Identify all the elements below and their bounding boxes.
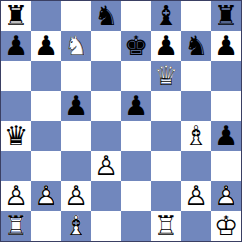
square-d6[interactable]	[91, 61, 121, 91]
square-b6[interactable]	[31, 61, 61, 91]
square-h8[interactable]: ♜	[211, 1, 241, 31]
black-pawn-icon: ♟	[61, 91, 91, 121]
black-rook-icon: ♜	[211, 1, 241, 31]
piece-black-queen: ♛	[1, 121, 31, 151]
square-g6[interactable]	[181, 61, 211, 91]
black-queen-icon: ♛	[1, 121, 31, 151]
square-g4[interactable]: ♝♗	[181, 121, 211, 151]
square-b1[interactable]	[31, 211, 61, 241]
square-g3[interactable]	[181, 151, 211, 181]
square-c2[interactable]: ♟♙	[61, 181, 91, 211]
square-f6[interactable]: ♛♕	[151, 61, 181, 91]
square-f4[interactable]	[151, 121, 181, 151]
square-h3[interactable]	[211, 151, 241, 181]
square-b8[interactable]	[31, 1, 61, 31]
square-c4[interactable]	[61, 121, 91, 151]
square-g2[interactable]: ♟♙	[181, 181, 211, 211]
piece-black-pawn: ♟	[211, 31, 241, 61]
square-g8[interactable]	[181, 1, 211, 31]
piece-black-pawn: ♟	[31, 31, 61, 61]
white-pawn-icon: ♙	[31, 181, 61, 211]
piece-white-pawn: ♟♙	[211, 181, 241, 211]
black-pawn-icon: ♟	[151, 31, 181, 61]
square-g1[interactable]	[181, 211, 211, 241]
chess-board: ♜♞♝♜♟♟♞♘♚♟♞♟♛♕♟♟♛♝♗♟♟♙♟♙♟♙♟♙♟♙♟♙♜♖♝♗♜♖♚♔	[0, 0, 242, 242]
white-bishop-icon: ♗	[61, 211, 91, 241]
black-pawn-icon: ♟	[121, 91, 151, 121]
square-d5[interactable]	[91, 91, 121, 121]
piece-white-bishop: ♝♗	[61, 211, 91, 241]
square-c5[interactable]: ♟	[61, 91, 91, 121]
black-bishop-icon: ♝	[151, 1, 181, 31]
square-a8[interactable]: ♜	[1, 1, 31, 31]
square-f2[interactable]	[151, 181, 181, 211]
square-h7[interactable]: ♟	[211, 31, 241, 61]
square-f7[interactable]: ♟	[151, 31, 181, 61]
square-h1[interactable]: ♚♔	[211, 211, 241, 241]
square-b7[interactable]: ♟	[31, 31, 61, 61]
white-rook-icon: ♖	[1, 211, 31, 241]
square-d3[interactable]: ♟♙	[91, 151, 121, 181]
square-d8[interactable]: ♞	[91, 1, 121, 31]
piece-black-rook: ♜	[211, 1, 241, 31]
black-rook-icon: ♜	[1, 1, 31, 31]
white-pawn-icon: ♙	[91, 151, 121, 181]
piece-white-pawn: ♟♙	[1, 181, 31, 211]
square-b3[interactable]	[31, 151, 61, 181]
piece-white-queen: ♛♕	[151, 61, 181, 91]
piece-white-pawn: ♟♙	[61, 181, 91, 211]
piece-black-pawn: ♟	[1, 31, 31, 61]
square-c3[interactable]	[61, 151, 91, 181]
piece-black-knight: ♞	[91, 1, 121, 31]
white-queen-icon: ♕	[151, 61, 181, 91]
square-e8[interactable]	[121, 1, 151, 31]
square-d2[interactable]	[91, 181, 121, 211]
square-e5[interactable]: ♟	[121, 91, 151, 121]
black-pawn-icon: ♟	[1, 31, 31, 61]
square-g7[interactable]: ♞	[181, 31, 211, 61]
black-knight-icon: ♞	[181, 31, 211, 61]
square-h5[interactable]	[211, 91, 241, 121]
square-d1[interactable]	[91, 211, 121, 241]
piece-black-king: ♚	[121, 31, 151, 61]
piece-white-pawn: ♟♙	[31, 181, 61, 211]
square-h6[interactable]	[211, 61, 241, 91]
piece-black-rook: ♜	[1, 1, 31, 31]
piece-black-bishop: ♝	[151, 1, 181, 31]
square-e1[interactable]	[121, 211, 151, 241]
piece-black-knight: ♞	[181, 31, 211, 61]
square-a6[interactable]	[1, 61, 31, 91]
white-rook-icon: ♖	[151, 211, 181, 241]
square-e6[interactable]	[121, 61, 151, 91]
square-a7[interactable]: ♟	[1, 31, 31, 61]
piece-white-bishop: ♝♗	[181, 121, 211, 151]
white-knight-icon: ♘	[61, 31, 91, 61]
square-e4[interactable]	[121, 121, 151, 151]
square-d4[interactable]	[91, 121, 121, 151]
square-a5[interactable]	[1, 91, 31, 121]
white-king-icon: ♔	[211, 211, 241, 241]
square-e7[interactable]: ♚	[121, 31, 151, 61]
piece-white-pawn: ♟♙	[181, 181, 211, 211]
square-c8[interactable]	[61, 1, 91, 31]
piece-white-pawn: ♟♙	[91, 151, 121, 181]
black-pawn-icon: ♟	[211, 31, 241, 61]
square-f8[interactable]: ♝	[151, 1, 181, 31]
square-c7[interactable]: ♞♘	[61, 31, 91, 61]
square-c6[interactable]	[61, 61, 91, 91]
white-pawn-icon: ♙	[61, 181, 91, 211]
piece-black-pawn: ♟	[61, 91, 91, 121]
square-d7[interactable]	[91, 31, 121, 61]
square-b4[interactable]	[31, 121, 61, 151]
black-knight-icon: ♞	[91, 1, 121, 31]
square-c1[interactable]: ♝♗	[61, 211, 91, 241]
square-h2[interactable]: ♟♙	[211, 181, 241, 211]
white-pawn-icon: ♙	[181, 181, 211, 211]
black-pawn-icon: ♟	[211, 121, 241, 151]
white-pawn-icon: ♙	[211, 181, 241, 211]
black-king-icon: ♚	[121, 31, 151, 61]
piece-black-pawn: ♟	[151, 31, 181, 61]
piece-white-knight: ♞♘	[61, 31, 91, 61]
white-bishop-icon: ♗	[181, 121, 211, 151]
square-g5[interactable]	[181, 91, 211, 121]
square-e3[interactable]	[121, 151, 151, 181]
square-f3[interactable]	[151, 151, 181, 181]
square-a3[interactable]	[1, 151, 31, 181]
square-b5[interactable]	[31, 91, 61, 121]
piece-white-rook: ♜♖	[151, 211, 181, 241]
square-a2[interactable]: ♟♙	[1, 181, 31, 211]
square-e2[interactable]	[121, 181, 151, 211]
square-a4[interactable]: ♛	[1, 121, 31, 151]
square-f1[interactable]: ♜♖	[151, 211, 181, 241]
square-b2[interactable]: ♟♙	[31, 181, 61, 211]
white-pawn-icon: ♙	[1, 181, 31, 211]
piece-black-pawn: ♟	[211, 121, 241, 151]
piece-white-rook: ♜♖	[1, 211, 31, 241]
square-f5[interactable]	[151, 91, 181, 121]
black-pawn-icon: ♟	[31, 31, 61, 61]
square-a1[interactable]: ♜♖	[1, 211, 31, 241]
piece-black-pawn: ♟	[121, 91, 151, 121]
square-h4[interactable]: ♟	[211, 121, 241, 151]
piece-white-king: ♚♔	[211, 211, 241, 241]
